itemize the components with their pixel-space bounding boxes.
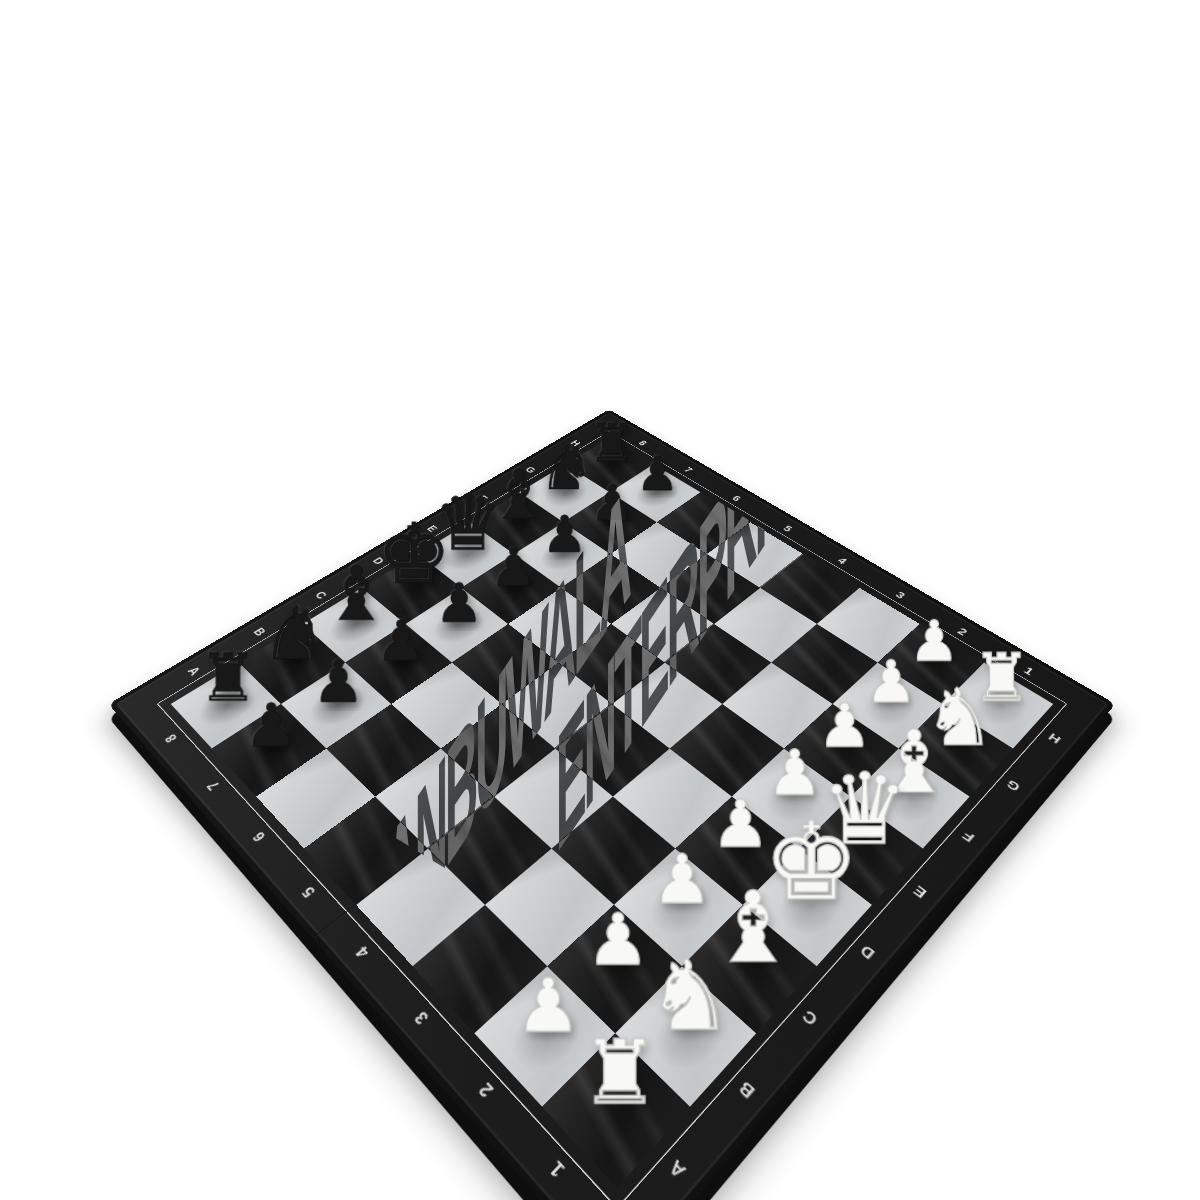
- black-pawn-glyph: ♟: [542, 509, 587, 560]
- white-rook-glyph: ♜: [580, 1029, 659, 1118]
- white-pawn-glyph: ♟: [711, 791, 769, 856]
- black-pawn-glyph: ♟: [376, 613, 426, 669]
- white-pawn-glyph: ♟: [586, 904, 650, 975]
- white-pawn-glyph: ♟: [515, 968, 582, 1042]
- black-pawn-glyph: ♟: [490, 541, 537, 593]
- black-pawn-glyph: ♟: [636, 450, 679, 498]
- black-pawn-glyph: ♟: [312, 653, 364, 711]
- product-photo-stage: ♜♞♝♚♛♝♞♜♟♟♟♟♟♟♟♟♟♟♟♟♟♟♟♟♜♞♝♚♛♝♞♜ ABCDEFG…: [0, 0, 1200, 1200]
- chess-board-frame: ♜♞♝♚♛♝♞♜♟♟♟♟♟♟♟♟♟♟♟♟♟♟♟♟♜♞♝♚♛♝♞♜ ABCDEFG…: [109, 409, 1116, 1200]
- black-rook-glyph: ♜: [588, 417, 635, 470]
- white-pawn-glyph: ♟: [767, 741, 823, 804]
- white-pawn-glyph: ♟: [651, 845, 712, 913]
- playing-area: ♜♞♝♚♛♝♞♜♟♟♟♟♟♟♟♟♟♟♟♟♟♟♟♟♜♞♝♚♛♝♞♜ ABCDEFG…: [171, 438, 1053, 1188]
- chess-grid: ♜♞♝♚♛♝♞♜♟♟♟♟♟♟♟♟♟♟♟♟♟♟♟♟♜♞♝♚♛♝♞♜: [171, 438, 1053, 1188]
- black-pawn-glyph: ♟: [244, 695, 298, 755]
- square-d5[interactable]: [502, 663, 612, 749]
- black-pawn-glyph: ♟: [435, 576, 484, 630]
- scene-3d: ♜♞♝♚♛♝♞♜♟♟♟♟♟♟♟♟♟♟♟♟♟♟♟♟♜♞♝♚♛♝♞♜ ABCDEFG…: [0, 0, 1200, 1200]
- black-pawn-glyph: ♟: [590, 479, 634, 528]
- white-pawn-glyph: ♟: [865, 653, 917, 711]
- white-pawn-glyph: ♟: [818, 695, 872, 755]
